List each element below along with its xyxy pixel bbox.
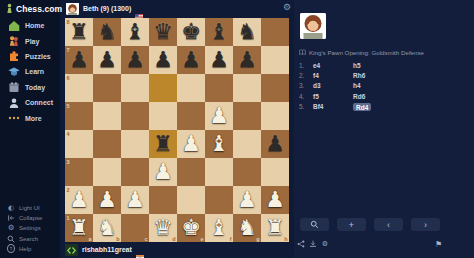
sidebar-item-label: Connect: [25, 99, 53, 106]
piece-black-pawn[interactable]: ♟: [65, 46, 93, 74]
chevron-left-icon: ‹: [387, 219, 390, 231]
square-a8[interactable]: 8♜: [65, 18, 93, 46]
bottom-player-name[interactable]: rishabh11great: [82, 246, 132, 253]
chevron-right-icon: ›: [424, 219, 427, 231]
connect-icon: [8, 97, 20, 109]
rank-label-6: 6: [67, 75, 70, 81]
black-move[interactable]: Rh6: [353, 72, 379, 79]
sidebar-footer-label: Help: [19, 246, 31, 252]
bottom-player-avatar[interactable]: [65, 243, 78, 256]
square-e4[interactable]: ♟: [177, 130, 205, 158]
square-f7[interactable]: ♟: [205, 46, 233, 74]
square-a3[interactable]: 3: [65, 158, 93, 186]
square-e1[interactable]: e♚: [177, 214, 205, 242]
square-b1[interactable]: b♞: [93, 214, 121, 242]
black-move[interactable]: Rd4: [353, 103, 379, 110]
piece-white-pawn[interactable]: ♟: [205, 102, 233, 130]
learn-icon: [8, 66, 20, 78]
piece-black-pawn[interactable]: ♟: [205, 46, 233, 74]
move-row: 1.e4h5: [299, 60, 469, 70]
square-f5[interactable]: ♟: [205, 102, 233, 130]
sidebar-item-more[interactable]: More: [0, 110, 60, 125]
sidebar-footer-label: Collapse: [19, 215, 42, 221]
move-row: 3.d3h4: [299, 81, 469, 91]
square-g1[interactable]: g♞: [233, 214, 261, 242]
lightui-icon: ◐: [7, 204, 15, 212]
square-c5[interactable]: [121, 102, 149, 130]
square-b3[interactable]: [93, 158, 121, 186]
panel-footer-icons: ⚙: [297, 240, 329, 248]
sidebar-footer-collapse[interactable]: Collapse: [0, 213, 60, 223]
white-move[interactable]: f5: [313, 93, 339, 100]
opponent-avatar-large[interactable]: [300, 13, 326, 39]
top-player-name[interactable]: Beth (9) (1300): [83, 5, 131, 12]
search-icon: [7, 235, 15, 243]
piece-white-bishop[interactable]: ♝: [205, 130, 233, 158]
square-g5[interactable]: [233, 102, 261, 130]
top-player-avatar[interactable]: [66, 2, 79, 15]
download-icon[interactable]: [309, 240, 317, 248]
square-c6[interactable]: [121, 74, 149, 102]
piece-white-pawn[interactable]: ♟: [65, 186, 93, 214]
piece-white-pawn[interactable]: ♟: [261, 186, 289, 214]
piece-black-queen[interactable]: ♛: [149, 18, 177, 46]
rank-label-3: 3: [67, 159, 70, 165]
square-d6[interactable]: [149, 74, 177, 102]
square-b2[interactable]: ♟: [93, 186, 121, 214]
opening-row[interactable]: King's Pawn Opening: Goldsmith Defense: [299, 49, 424, 56]
piece-white-pawn[interactable]: ♟: [233, 186, 261, 214]
sidebar-footer-light-ui[interactable]: ◐Light UI: [0, 203, 60, 213]
piece-black-knight[interactable]: ♞: [233, 18, 261, 46]
sidebar-footer-help[interactable]: ?Help: [0, 244, 60, 254]
piece-black-pawn[interactable]: ♟: [149, 46, 177, 74]
white-move[interactable]: Bf4: [313, 103, 339, 110]
square-h3[interactable]: [261, 158, 289, 186]
sidebar: Chess.com HomePlayPuzzlesLearnTodayConne…: [0, 0, 60, 258]
chess-com-logo[interactable]: Chess.com: [5, 3, 62, 14]
square-b4[interactable]: [93, 130, 121, 158]
play-icon: [8, 35, 20, 47]
sidebar-footer-settings[interactable]: ⚙Settings: [0, 223, 60, 233]
prev-move-button[interactable]: ‹: [374, 218, 403, 231]
piece-black-pawn[interactable]: ♟: [177, 46, 205, 74]
square-c3[interactable]: [121, 158, 149, 186]
board-settings-icon[interactable]: ⚙: [283, 2, 291, 12]
square-d4[interactable]: ♜: [149, 130, 177, 158]
sidebar-item-learn[interactable]: Learn: [0, 64, 60, 79]
white-move[interactable]: f4: [313, 72, 339, 79]
square-a4[interactable]: 4: [65, 130, 93, 158]
sidebar-item-play[interactable]: Play: [0, 33, 60, 48]
next-move-button[interactable]: ›: [411, 218, 440, 231]
piece-black-bishop[interactable]: ♝: [205, 18, 233, 46]
square-d1[interactable]: d♛: [149, 214, 177, 242]
bottom-player-bar: rishabh11great: [65, 243, 144, 256]
board-controls: + ‹ ›: [300, 218, 440, 231]
sidebar-item-puzzles[interactable]: Puzzles: [0, 49, 60, 64]
square-h4[interactable]: ♟: [261, 130, 289, 158]
piece-white-rook[interactable]: ♜: [65, 214, 93, 242]
panel-settings-icon[interactable]: ⚙: [321, 240, 329, 248]
square-b7[interactable]: ♟: [93, 46, 121, 74]
square-f2[interactable]: [205, 186, 233, 214]
piece-white-queen[interactable]: ♛: [149, 214, 177, 242]
square-h8[interactable]: [261, 18, 289, 46]
square-d7[interactable]: ♟: [149, 46, 177, 74]
square-a1[interactable]: 1a♜: [65, 214, 93, 242]
piece-black-rook[interactable]: ♜: [149, 130, 177, 158]
square-c2[interactable]: ♟: [121, 186, 149, 214]
add-button[interactable]: +: [337, 218, 366, 231]
square-f3[interactable]: [205, 158, 233, 186]
sidebar-footer-label: Settings: [19, 225, 41, 231]
square-h2[interactable]: ♟: [261, 186, 289, 214]
file-label-c: c: [144, 236, 147, 242]
plus-icon: +: [349, 219, 354, 231]
piece-black-pawn[interactable]: ♟: [233, 46, 261, 74]
square-f8[interactable]: ♝: [205, 18, 233, 46]
sidebar-item-label: Puzzles: [25, 53, 51, 60]
chess-com-app: Chess.com HomePlayPuzzlesLearnTodayConne…: [0, 0, 474, 258]
piece-white-pawn[interactable]: ♟: [121, 186, 149, 214]
square-c1[interactable]: c: [121, 214, 149, 242]
move-number: 3.: [299, 82, 313, 89]
move-row: 4.f5Rd6: [299, 91, 469, 101]
collapse-icon: [7, 214, 15, 222]
square-f1[interactable]: f♝: [205, 214, 233, 242]
analysis-panel: King's Pawn Opening: Goldsmith Defense 1…: [294, 0, 474, 258]
sidebar-footer-label: Light UI: [19, 205, 40, 211]
square-g4[interactable]: [233, 130, 261, 158]
square-b6[interactable]: [93, 74, 121, 102]
puzzles-icon: [8, 50, 20, 62]
piece-white-rook[interactable]: ♜: [261, 214, 289, 242]
today-icon: [8, 81, 20, 93]
sidebar-item-home[interactable]: Home: [0, 18, 60, 33]
sidebar-item-label: Learn: [25, 68, 44, 75]
black-move[interactable]: h4: [353, 82, 379, 89]
square-d3[interactable]: ♟: [149, 158, 177, 186]
square-a5[interactable]: 5: [65, 102, 93, 130]
chess-board: 8♜♞♝♛♚♝♞7♟♟♟♟♟♟♟65♟4♜♟♝♟3♟2♟♟♟♟♟1a♜b♞cd♛…: [65, 18, 289, 242]
sidebar-item-label: Home: [25, 22, 44, 29]
square-h7[interactable]: [261, 46, 289, 74]
magnifier-icon: [310, 220, 319, 229]
opening-name: King's Pawn Opening: Goldsmith Defense: [309, 49, 424, 56]
black-move[interactable]: h5: [353, 62, 379, 69]
piece-white-pawn[interactable]: ♟: [93, 186, 121, 214]
piece-black-knight[interactable]: ♞: [93, 18, 121, 46]
help-icon: ?: [7, 245, 15, 253]
square-e6[interactable]: [177, 74, 205, 102]
square-a6[interactable]: 6: [65, 74, 93, 102]
square-g8[interactable]: ♞: [233, 18, 261, 46]
move-row: 2.f4Rh6: [299, 70, 469, 80]
home-icon: [8, 20, 20, 32]
square-h1[interactable]: h♜: [261, 214, 289, 242]
square-c4[interactable]: [121, 130, 149, 158]
move-number: 4.: [299, 93, 313, 100]
piece-white-knight[interactable]: ♞: [233, 214, 261, 242]
piece-white-pawn[interactable]: ♟: [149, 158, 177, 186]
black-move[interactable]: Rd6: [353, 93, 379, 100]
rank-label-4: 4: [67, 131, 70, 137]
square-g7[interactable]: ♟: [233, 46, 261, 74]
share-icon[interactable]: [297, 240, 305, 248]
square-g6[interactable]: [233, 74, 261, 102]
piece-black-rook[interactable]: ♜: [65, 18, 93, 46]
square-b5[interactable]: [93, 102, 121, 130]
sidebar-menu: HomePlayPuzzlesLearnTodayConnectMore: [0, 18, 60, 126]
logo-text: Chess.com: [16, 4, 62, 14]
piece-white-knight[interactable]: ♞: [93, 214, 121, 242]
square-f6[interactable]: [205, 74, 233, 102]
square-e8[interactable]: ♚: [177, 18, 205, 46]
square-e3[interactable]: [177, 158, 205, 186]
move-number: 5.: [299, 103, 313, 110]
sidebar-footer-menu: ◐Light UICollapse⚙SettingsSearch?Help: [0, 203, 60, 254]
white-move[interactable]: e4: [313, 62, 339, 69]
sidebar-item-connect[interactable]: Connect: [0, 95, 60, 110]
piece-black-pawn[interactable]: ♟: [261, 130, 289, 158]
white-move[interactable]: d3: [313, 82, 339, 89]
square-a7[interactable]: 7♟: [65, 46, 93, 74]
square-e7[interactable]: ♟: [177, 46, 205, 74]
piece-black-bishop[interactable]: ♝: [121, 18, 149, 46]
move-number: 2.: [299, 72, 313, 79]
opening-book-icon: [299, 49, 306, 56]
square-g2[interactable]: ♟: [233, 186, 261, 214]
sidebar-footer-label: Search: [19, 236, 38, 242]
sidebar-item-label: Play: [25, 38, 39, 45]
square-d2[interactable]: [149, 186, 177, 214]
sidebar-footer-search[interactable]: Search: [0, 234, 60, 244]
sidebar-item-label: More: [25, 115, 42, 122]
analysis-button[interactable]: [300, 218, 329, 231]
square-e5[interactable]: [177, 102, 205, 130]
bottom-player-flag-icon: [136, 247, 144, 253]
square-b8[interactable]: ♞: [93, 18, 121, 46]
rank-label-5: 5: [67, 103, 70, 109]
move-row: 5.Bf4Rd4: [299, 102, 469, 112]
square-d8[interactable]: ♛: [149, 18, 177, 46]
square-d5[interactable]: [149, 102, 177, 130]
square-e2[interactable]: [177, 186, 205, 214]
top-player-flag-icon: [135, 6, 143, 12]
piece-black-pawn[interactable]: ♟: [93, 46, 121, 74]
square-c7[interactable]: ♟: [121, 46, 149, 74]
piece-black-pawn[interactable]: ♟: [121, 46, 149, 74]
top-player-bar: Beth (9) (1300): [66, 2, 143, 15]
move-list: 1.e4h52.f4Rh63.d3h44.f5Rd65.Bf4Rd4: [299, 60, 469, 112]
square-h5[interactable]: [261, 102, 289, 130]
square-h6[interactable]: [261, 74, 289, 102]
square-c8[interactable]: ♝: [121, 18, 149, 46]
piece-white-pawn[interactable]: ♟: [177, 130, 205, 158]
piece-black-king[interactable]: ♚: [177, 18, 205, 46]
report-flag-icon[interactable]: ⚑: [435, 240, 442, 249]
square-f4[interactable]: ♝: [205, 130, 233, 158]
more-icon: [8, 112, 20, 124]
piece-white-bishop[interactable]: ♝: [205, 214, 233, 242]
settings-icon: ⚙: [7, 224, 15, 232]
square-a2[interactable]: 2♟: [65, 186, 93, 214]
move-number: 1.: [299, 62, 313, 69]
logo-pawn-icon: [5, 3, 14, 14]
sidebar-item-label: Today: [25, 84, 45, 91]
square-g3[interactable]: [233, 158, 261, 186]
piece-white-king[interactable]: ♚: [177, 214, 205, 242]
sidebar-item-today[interactable]: Today: [0, 80, 60, 95]
